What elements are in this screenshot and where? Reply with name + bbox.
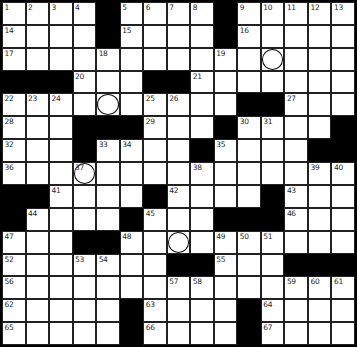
cell-r5-c5[interactable] xyxy=(96,93,120,116)
clue-number: 3 xyxy=(52,3,56,12)
cell-r9-c3[interactable]: 41 xyxy=(49,185,73,208)
cell-r13-c2[interactable] xyxy=(26,276,50,299)
cell-r4-c9[interactable]: 21 xyxy=(190,71,214,94)
clue-number: 58 xyxy=(193,277,202,286)
black-cell-r6-c15 xyxy=(331,116,355,139)
cell-r15-c4[interactable] xyxy=(73,322,97,345)
clue-number: 35 xyxy=(216,140,225,149)
black-cell-r6-c4 xyxy=(73,116,97,139)
cell-r10-c8[interactable] xyxy=(167,208,191,231)
clue-number: 55 xyxy=(216,255,225,264)
black-cell-r10-c6 xyxy=(120,208,144,231)
cell-r1-c4[interactable]: 4 xyxy=(73,2,97,25)
cell-r12-c6[interactable] xyxy=(120,254,144,277)
cell-r9-c10[interactable] xyxy=(214,185,238,208)
cell-r4-c4[interactable]: 20 xyxy=(73,71,97,94)
cell-r5-c7[interactable]: 25 xyxy=(143,93,167,116)
cell-r12-c11[interactable] xyxy=(237,254,261,277)
cell-r5-c4[interactable] xyxy=(73,93,97,116)
black-cell-r11-c4 xyxy=(73,231,97,254)
cell-r6-c3[interactable] xyxy=(49,116,73,139)
cell-r6-c13[interactable] xyxy=(284,116,308,139)
cell-r13-c15[interactable]: 61 xyxy=(331,276,355,299)
cell-r14-c8[interactable] xyxy=(167,299,191,322)
cell-r7-c1[interactable]: 32 xyxy=(2,139,26,162)
clue-number: 5 xyxy=(122,3,126,12)
cell-r12-c10[interactable]: 55 xyxy=(214,254,238,277)
cell-r11-c1[interactable]: 47 xyxy=(2,231,26,254)
cell-r14-c9[interactable] xyxy=(190,299,214,322)
clue-number: 61 xyxy=(334,277,343,286)
cell-r5-c2[interactable]: 23 xyxy=(26,93,50,116)
cell-r14-c12[interactable]: 64 xyxy=(261,299,285,322)
clue-number: 11 xyxy=(287,3,296,12)
cell-r3-c11[interactable] xyxy=(237,48,261,71)
cell-r12-c1[interactable]: 52 xyxy=(2,254,26,277)
cell-r3-c7[interactable] xyxy=(143,48,167,71)
cell-r15-c1[interactable]: 65 xyxy=(2,322,26,345)
cell-r1-c3[interactable]: 3 xyxy=(49,2,73,25)
cell-r2-c7[interactable] xyxy=(143,25,167,48)
cell-r13-c9[interactable]: 58 xyxy=(190,276,214,299)
cell-r4-c12[interactable] xyxy=(261,71,285,94)
cell-r8-c2[interactable] xyxy=(26,162,50,185)
cell-r15-c2[interactable] xyxy=(26,322,50,345)
cell-r7-c12[interactable] xyxy=(261,139,285,162)
cell-r15-c13[interactable] xyxy=(284,322,308,345)
cell-r3-c5[interactable]: 18 xyxy=(96,48,120,71)
cell-r12-c7[interactable] xyxy=(143,254,167,277)
cell-r6-c2[interactable] xyxy=(26,116,50,139)
cell-r4-c15[interactable] xyxy=(331,71,355,94)
black-cell-r6-c5 xyxy=(96,116,120,139)
cell-r1-c1[interactable]: 1 xyxy=(2,2,26,25)
cell-r14-c15[interactable] xyxy=(331,299,355,322)
clue-number: 10 xyxy=(263,3,272,12)
cell-r4-c14[interactable] xyxy=(308,71,332,94)
cell-r11-c10[interactable]: 49 xyxy=(214,231,238,254)
cell-r6-c7[interactable]: 29 xyxy=(143,116,167,139)
cell-r3-c14[interactable] xyxy=(308,48,332,71)
black-cell-r1-c10 xyxy=(214,2,238,25)
cell-r9-c14[interactable] xyxy=(308,185,332,208)
cell-r6-c1[interactable]: 28 xyxy=(2,116,26,139)
black-cell-r14-c11 xyxy=(237,299,261,322)
cell-r5-c1[interactable]: 22 xyxy=(2,93,26,116)
cell-r12-c5[interactable]: 54 xyxy=(96,254,120,277)
clue-number: 43 xyxy=(287,186,296,195)
clue-number: 42 xyxy=(169,186,178,195)
cell-r13-c6[interactable] xyxy=(120,276,144,299)
cell-r13-c14[interactable]: 60 xyxy=(308,276,332,299)
cell-r14-c14[interactable] xyxy=(308,299,332,322)
cell-r8-c13[interactable] xyxy=(284,162,308,185)
circled-letter-marker xyxy=(262,49,284,70)
black-cell-r6-c6 xyxy=(120,116,144,139)
cell-r7-c3[interactable] xyxy=(49,139,73,162)
clue-number: 60 xyxy=(310,277,319,286)
cell-r13-c8[interactable]: 57 xyxy=(167,276,191,299)
cell-r7-c11[interactable] xyxy=(237,139,261,162)
clue-number: 66 xyxy=(146,323,155,332)
cell-r8-c3[interactable] xyxy=(49,162,73,185)
cell-r3-c3[interactable] xyxy=(49,48,73,71)
cell-r1-c9[interactable]: 8 xyxy=(190,2,214,25)
cell-r11-c14[interactable] xyxy=(308,231,332,254)
black-cell-r12-c15 xyxy=(331,254,355,277)
clue-number: 26 xyxy=(169,94,178,103)
black-cell-r12-c8 xyxy=(167,254,191,277)
black-cell-r14-c6 xyxy=(120,299,144,322)
clue-number: 56 xyxy=(5,277,14,286)
black-cell-r1-c5 xyxy=(96,2,120,25)
cell-r4-c5[interactable] xyxy=(96,71,120,94)
clue-number: 19 xyxy=(216,49,225,58)
cell-r11-c3[interactable] xyxy=(49,231,73,254)
clue-number: 63 xyxy=(146,300,155,309)
clue-number: 33 xyxy=(99,140,108,149)
cell-r4-c6[interactable] xyxy=(120,71,144,94)
black-cell-r7-c14 xyxy=(308,139,332,162)
cell-r2-c6[interactable]: 15 xyxy=(120,25,144,48)
clue-number: 24 xyxy=(52,94,61,103)
cell-r2-c11[interactable]: 16 xyxy=(237,25,261,48)
cell-r13-c1[interactable]: 56 xyxy=(2,276,26,299)
black-cell-r2-c5 xyxy=(96,25,120,48)
cell-r5-c6[interactable] xyxy=(120,93,144,116)
clue-number: 37 xyxy=(75,163,84,172)
black-cell-r5-c12 xyxy=(261,93,285,116)
black-cell-r7-c4 xyxy=(73,139,97,162)
cell-r13-c12[interactable] xyxy=(261,276,285,299)
cell-r15-c7[interactable]: 66 xyxy=(143,322,167,345)
cell-r4-c13[interactable] xyxy=(284,71,308,94)
cell-r5-c3[interactable]: 24 xyxy=(49,93,73,116)
cell-r14-c7[interactable]: 63 xyxy=(143,299,167,322)
cell-r13-c7[interactable] xyxy=(143,276,167,299)
cell-r9-c9[interactable] xyxy=(190,185,214,208)
clue-number: 62 xyxy=(5,300,14,309)
cell-r3-c13[interactable] xyxy=(284,48,308,71)
cell-r15-c3[interactable] xyxy=(49,322,73,345)
cell-r5-c14[interactable] xyxy=(308,93,332,116)
cell-r10-c7[interactable]: 45 xyxy=(143,208,167,231)
clue-number: 40 xyxy=(334,163,343,172)
black-cell-r6-c10 xyxy=(214,116,238,139)
cell-r3-c9[interactable] xyxy=(190,48,214,71)
cell-r3-c1[interactable]: 17 xyxy=(2,48,26,71)
clue-number: 27 xyxy=(287,94,296,103)
cell-r11-c8[interactable] xyxy=(167,231,191,254)
cell-r11-c13[interactable] xyxy=(284,231,308,254)
cell-r1-c8[interactable]: 7 xyxy=(167,2,191,25)
cell-r13-c4[interactable] xyxy=(73,276,97,299)
cell-r12-c3[interactable] xyxy=(49,254,73,277)
cell-r2-c13[interactable] xyxy=(284,25,308,48)
cell-r7-c7[interactable] xyxy=(143,139,167,162)
cell-r5-c9[interactable] xyxy=(190,93,214,116)
clue-number: 17 xyxy=(5,49,14,58)
clue-number: 48 xyxy=(122,232,131,241)
cell-r9-c15[interactable] xyxy=(331,185,355,208)
cell-r15-c15[interactable] xyxy=(331,322,355,345)
clue-number: 25 xyxy=(146,94,155,103)
cell-r14-c2[interactable] xyxy=(26,299,50,322)
clue-number: 67 xyxy=(263,323,272,332)
cell-r3-c15[interactable] xyxy=(331,48,355,71)
cell-r7-c6[interactable]: 34 xyxy=(120,139,144,162)
cell-r12-c2[interactable] xyxy=(26,254,50,277)
black-cell-r4-c3 xyxy=(49,71,73,94)
cell-r14-c10[interactable] xyxy=(214,299,238,322)
cell-r13-c3[interactable] xyxy=(49,276,73,299)
clue-number: 13 xyxy=(334,3,343,12)
cell-r11-c9[interactable] xyxy=(190,231,214,254)
cell-r8-c9[interactable]: 38 xyxy=(190,162,214,185)
cell-r2-c12[interactable] xyxy=(261,25,285,48)
cell-r10-c3[interactable] xyxy=(49,208,73,231)
clue-number: 36 xyxy=(5,163,14,172)
black-cell-r7-c15 xyxy=(331,139,355,162)
cell-r10-c9[interactable] xyxy=(190,208,214,231)
black-cell-r4-c7 xyxy=(143,71,167,94)
clue-number: 41 xyxy=(52,186,61,195)
clue-number: 2 xyxy=(28,3,32,12)
cell-r5-c15[interactable] xyxy=(331,93,355,116)
cell-r3-c8[interactable] xyxy=(167,48,191,71)
black-cell-r2-c10 xyxy=(214,25,238,48)
clue-number: 28 xyxy=(5,117,14,126)
black-cell-r7-c9 xyxy=(190,139,214,162)
cell-r11-c15[interactable] xyxy=(331,231,355,254)
clue-number: 65 xyxy=(5,323,14,332)
clue-number: 14 xyxy=(5,26,14,35)
black-cell-r10-c11 xyxy=(237,208,261,231)
cell-r15-c9[interactable] xyxy=(190,322,214,345)
black-cell-r11-c5 xyxy=(96,231,120,254)
clue-number: 18 xyxy=(99,49,108,58)
cell-r9-c8[interactable]: 42 xyxy=(167,185,191,208)
clue-number: 12 xyxy=(310,3,319,12)
cell-r6-c12[interactable]: 31 xyxy=(261,116,285,139)
cell-r14-c4[interactable] xyxy=(73,299,97,322)
clue-number: 46 xyxy=(287,209,296,218)
cell-r13-c10[interactable] xyxy=(214,276,238,299)
clue-number: 15 xyxy=(122,26,131,35)
cell-r8-c1[interactable]: 36 xyxy=(2,162,26,185)
cell-r12-c12[interactable] xyxy=(261,254,285,277)
black-cell-r4-c8 xyxy=(167,71,191,94)
clue-number: 16 xyxy=(240,26,249,35)
clue-number: 29 xyxy=(146,117,155,126)
cell-r6-c14[interactable] xyxy=(308,116,332,139)
cell-r12-c4[interactable]: 53 xyxy=(73,254,97,277)
black-cell-r4-c2 xyxy=(26,71,50,94)
clue-number: 20 xyxy=(75,72,84,81)
cell-r3-c12[interactable] xyxy=(261,48,285,71)
black-cell-r12-c9 xyxy=(190,254,214,277)
cell-r10-c4[interactable] xyxy=(73,208,97,231)
cell-r15-c12[interactable]: 67 xyxy=(261,322,285,345)
cell-r2-c3[interactable] xyxy=(49,25,73,48)
cell-r3-c2[interactable] xyxy=(26,48,50,71)
cell-r2-c14[interactable] xyxy=(308,25,332,48)
cell-r15-c8[interactable] xyxy=(167,322,191,345)
cell-r13-c5[interactable] xyxy=(96,276,120,299)
clue-number: 32 xyxy=(5,140,14,149)
clue-number: 57 xyxy=(169,277,178,286)
clue-number: 64 xyxy=(263,300,272,309)
cell-r8-c6[interactable] xyxy=(120,162,144,185)
cell-r1-c13[interactable]: 11 xyxy=(284,2,308,25)
cell-r13-c13[interactable]: 59 xyxy=(284,276,308,299)
clue-number: 49 xyxy=(216,232,225,241)
cell-r8-c15[interactable]: 40 xyxy=(331,162,355,185)
black-cell-r9-c7 xyxy=(143,185,167,208)
clue-number: 1 xyxy=(5,3,9,12)
cell-r9-c4[interactable] xyxy=(73,185,97,208)
clue-number: 47 xyxy=(5,232,14,241)
cell-r10-c15[interactable] xyxy=(331,208,355,231)
cell-r2-c9[interactable] xyxy=(190,25,214,48)
cell-r15-c5[interactable] xyxy=(96,322,120,345)
cell-r1-c2[interactable]: 2 xyxy=(26,2,50,25)
clue-number: 50 xyxy=(240,232,249,241)
cell-r13-c11[interactable] xyxy=(237,276,261,299)
cell-r11-c12[interactable]: 51 xyxy=(261,231,285,254)
clue-number: 34 xyxy=(122,140,131,149)
cell-r7-c10[interactable]: 35 xyxy=(214,139,238,162)
cell-r14-c13[interactable] xyxy=(284,299,308,322)
cell-r9-c6[interactable] xyxy=(120,185,144,208)
clue-number: 44 xyxy=(28,209,37,218)
cell-r14-c3[interactable] xyxy=(49,299,73,322)
cell-r8-c5[interactable] xyxy=(96,162,120,185)
clue-number: 7 xyxy=(169,3,173,12)
black-cell-r15-c11 xyxy=(237,322,261,345)
cell-r8-c11[interactable] xyxy=(237,162,261,185)
cell-r3-c6[interactable] xyxy=(120,48,144,71)
cell-r4-c10[interactable] xyxy=(214,71,238,94)
black-cell-r5-c11 xyxy=(237,93,261,116)
cell-r9-c13[interactable]: 43 xyxy=(284,185,308,208)
clue-number: 45 xyxy=(146,209,155,218)
cell-r11-c6[interactable]: 48 xyxy=(120,231,144,254)
cell-r10-c14[interactable] xyxy=(308,208,332,231)
cell-r6-c9[interactable] xyxy=(190,116,214,139)
cell-r1-c7[interactable]: 6 xyxy=(143,2,167,25)
cell-r9-c5[interactable] xyxy=(96,185,120,208)
black-cell-r9-c1 xyxy=(2,185,26,208)
black-cell-r10-c10 xyxy=(214,208,238,231)
cell-r14-c1[interactable]: 62 xyxy=(2,299,26,322)
circled-letter-marker xyxy=(97,94,119,115)
cell-r9-c11[interactable] xyxy=(237,185,261,208)
cell-r15-c10[interactable] xyxy=(214,322,238,345)
cell-r11-c7[interactable] xyxy=(143,231,167,254)
cell-r1-c6[interactable]: 5 xyxy=(120,2,144,25)
cell-r1-c11[interactable]: 9 xyxy=(237,2,261,25)
clue-number: 52 xyxy=(5,255,14,264)
cell-r5-c13[interactable]: 27 xyxy=(284,93,308,116)
cell-r15-c14[interactable] xyxy=(308,322,332,345)
clue-number: 31 xyxy=(263,117,272,126)
black-cell-r10-c12 xyxy=(261,208,285,231)
cell-r11-c2[interactable] xyxy=(26,231,50,254)
cell-r1-c15[interactable]: 13 xyxy=(331,2,355,25)
circled-letter-marker xyxy=(168,232,190,253)
clue-number: 51 xyxy=(263,232,272,241)
cell-r2-c15[interactable] xyxy=(331,25,355,48)
cell-r1-c14[interactable]: 12 xyxy=(308,2,332,25)
cell-r10-c2[interactable]: 44 xyxy=(26,208,50,231)
black-cell-r12-c14 xyxy=(308,254,332,277)
cell-r2-c8[interactable] xyxy=(167,25,191,48)
clue-number: 8 xyxy=(193,3,197,12)
clue-number: 9 xyxy=(240,3,244,12)
clue-number: 30 xyxy=(240,117,249,126)
cell-r8-c8[interactable] xyxy=(167,162,191,185)
cell-r3-c10[interactable]: 19 xyxy=(214,48,238,71)
cell-r8-c7[interactable] xyxy=(143,162,167,185)
clue-number: 21 xyxy=(193,72,202,81)
cell-r6-c8[interactable] xyxy=(167,116,191,139)
cell-r8-c10[interactable] xyxy=(214,162,238,185)
cell-r2-c2[interactable] xyxy=(26,25,50,48)
cell-r14-c5[interactable] xyxy=(96,299,120,322)
cell-r6-c11[interactable]: 30 xyxy=(237,116,261,139)
cell-r11-c11[interactable]: 50 xyxy=(237,231,261,254)
clue-number: 54 xyxy=(99,255,108,264)
black-cell-r9-c2 xyxy=(26,185,50,208)
cell-r7-c2[interactable] xyxy=(26,139,50,162)
clue-number: 59 xyxy=(287,277,296,286)
cell-r2-c4[interactable] xyxy=(73,25,97,48)
black-cell-r9-c12 xyxy=(261,185,285,208)
cell-r4-c11[interactable] xyxy=(237,71,261,94)
clue-number: 6 xyxy=(146,3,150,12)
cell-r7-c13[interactable] xyxy=(284,139,308,162)
crossword-grid: 1234567891011121314151617181920212223242… xyxy=(0,0,357,347)
cell-r10-c5[interactable] xyxy=(96,208,120,231)
cell-r8-c14[interactable]: 39 xyxy=(308,162,332,185)
cell-r7-c5[interactable]: 33 xyxy=(96,139,120,162)
black-cell-r10-c1 xyxy=(2,208,26,231)
cell-r8-c12[interactable] xyxy=(261,162,285,185)
cell-r10-c13[interactable]: 46 xyxy=(284,208,308,231)
clue-number: 22 xyxy=(5,94,14,103)
black-cell-r15-c6 xyxy=(120,322,144,345)
black-cell-r12-c13 xyxy=(284,254,308,277)
clue-number: 23 xyxy=(28,94,37,103)
cell-r2-c1[interactable]: 14 xyxy=(2,25,26,48)
cell-r5-c8[interactable]: 26 xyxy=(167,93,191,116)
clue-number: 38 xyxy=(193,163,202,172)
black-cell-r4-c1 xyxy=(2,71,26,94)
cell-r1-c12[interactable]: 10 xyxy=(261,2,285,25)
cell-r5-c10[interactable] xyxy=(214,93,238,116)
cell-r8-c4[interactable]: 37 xyxy=(73,162,97,185)
cell-r3-c4[interactable] xyxy=(73,48,97,71)
clue-number: 53 xyxy=(75,255,84,264)
clue-number: 39 xyxy=(310,163,319,172)
clue-number: 4 xyxy=(75,3,79,12)
cell-r7-c8[interactable] xyxy=(167,139,191,162)
